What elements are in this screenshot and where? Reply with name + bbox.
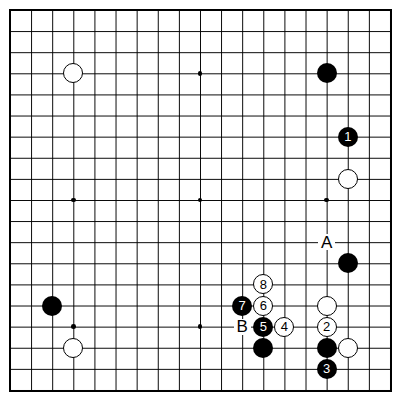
stone-white xyxy=(63,63,83,83)
point-label-B: B xyxy=(234,319,251,335)
star-point xyxy=(198,71,203,76)
move-number: 4 xyxy=(281,320,288,333)
move-number: 8 xyxy=(260,278,267,291)
stone-black-move-3: 3 xyxy=(317,359,337,379)
star-point xyxy=(198,198,203,203)
point-label-A: A xyxy=(318,234,335,250)
stone-white-move-6: 6 xyxy=(253,296,273,316)
move-number: 6 xyxy=(260,299,267,312)
stone-white xyxy=(338,169,358,189)
stone-black-move-1: 1 xyxy=(338,127,358,147)
stone-black xyxy=(338,253,358,273)
stone-black xyxy=(317,63,337,83)
move-number: 2 xyxy=(323,320,330,333)
stone-black xyxy=(253,338,273,358)
stone-black xyxy=(317,338,337,358)
stone-white-move-2: 2 xyxy=(317,317,337,337)
stone-black-move-7: 7 xyxy=(232,296,252,316)
board-intersections: AB18765423 xyxy=(0,0,400,400)
star-point xyxy=(71,324,76,329)
go-board: AB18765423 xyxy=(0,0,400,400)
move-number: 1 xyxy=(344,130,351,143)
stone-white-move-8: 8 xyxy=(253,274,273,294)
stone-black xyxy=(42,296,62,316)
stone-white xyxy=(63,338,83,358)
move-number: 7 xyxy=(239,299,246,312)
move-number: 5 xyxy=(260,320,267,333)
stone-white xyxy=(317,296,337,316)
star-point xyxy=(71,198,76,203)
stone-white xyxy=(338,338,358,358)
star-point xyxy=(198,324,203,329)
stone-white-move-4: 4 xyxy=(274,317,294,337)
star-point xyxy=(324,198,329,203)
stone-black-move-5: 5 xyxy=(253,317,273,337)
move-number: 3 xyxy=(323,362,330,375)
